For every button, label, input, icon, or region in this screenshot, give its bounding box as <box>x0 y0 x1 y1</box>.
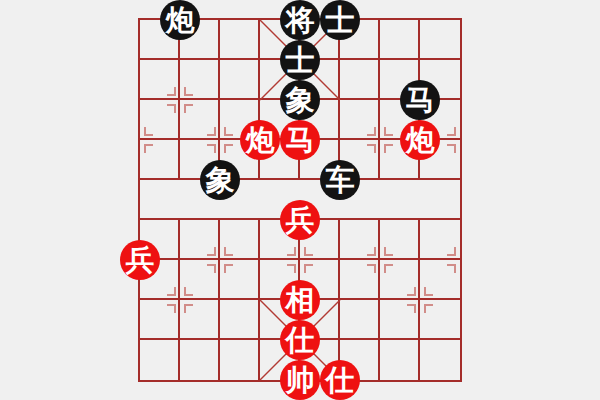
piece-black-chariot[interactable]: 车 <box>320 160 360 200</box>
xiangqi-diagram: 炮将士士象马炮马炮象车兵兵相仕帅仕 <box>0 0 600 400</box>
piece-red-soldier[interactable]: 兵 <box>120 240 160 280</box>
piece-red-cannon[interactable]: 炮 <box>240 120 280 160</box>
piece-black-elephant[interactable]: 象 <box>200 160 240 200</box>
piece-red-advisor[interactable]: 仕 <box>320 360 360 400</box>
piece-black-advisor[interactable]: 士 <box>320 0 360 40</box>
piece-red-soldier[interactable]: 兵 <box>280 200 320 240</box>
piece-black-horse[interactable]: 马 <box>400 80 440 120</box>
piece-black-general[interactable]: 将 <box>280 0 320 40</box>
piece-red-elephant[interactable]: 相 <box>280 280 320 320</box>
piece-red-advisor[interactable]: 仕 <box>280 320 320 360</box>
piece-red-general[interactable]: 帅 <box>280 360 320 400</box>
piece-red-horse[interactable]: 马 <box>280 120 320 160</box>
piece-black-elephant[interactable]: 象 <box>280 80 320 120</box>
pieces-layer: 炮将士士象马炮马炮象车兵兵相仕帅仕 <box>0 0 600 400</box>
piece-red-cannon[interactable]: 炮 <box>400 120 440 160</box>
piece-black-cannon[interactable]: 炮 <box>160 0 200 40</box>
piece-black-advisor[interactable]: 士 <box>280 40 320 80</box>
